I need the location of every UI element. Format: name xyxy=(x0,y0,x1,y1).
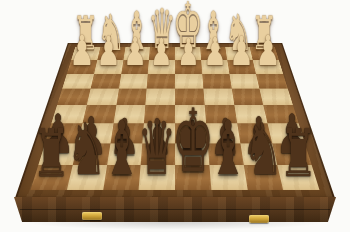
square xyxy=(38,143,77,165)
square xyxy=(272,143,311,165)
square xyxy=(51,105,86,123)
square xyxy=(202,74,231,89)
square xyxy=(90,74,121,89)
square xyxy=(82,105,116,123)
square xyxy=(227,60,256,74)
box-front-face xyxy=(14,197,336,222)
square xyxy=(175,105,206,123)
square xyxy=(119,74,148,89)
square xyxy=(107,143,143,165)
square xyxy=(237,123,273,143)
square xyxy=(123,47,150,60)
square xyxy=(143,123,175,143)
square xyxy=(256,74,288,89)
square xyxy=(87,89,119,106)
square xyxy=(141,143,175,165)
square xyxy=(71,47,100,60)
chessboard-photo: ♜♞♝♛♚♝♞♜♟♟♟♟♟♟♟♟♟♟♟♟♟♟♟♟♜♞♝♛♚♝♞♜ xyxy=(0,0,350,232)
square xyxy=(62,74,94,89)
square xyxy=(116,89,147,106)
square xyxy=(278,165,320,190)
square xyxy=(250,47,279,60)
board-grid xyxy=(31,47,320,190)
square xyxy=(234,105,268,123)
square xyxy=(97,47,125,60)
square xyxy=(78,123,114,143)
square xyxy=(144,105,175,123)
brass-clasp-left-icon xyxy=(82,212,102,220)
box-lid-seam xyxy=(20,209,329,210)
square xyxy=(175,165,211,190)
square xyxy=(203,89,234,106)
chess-board xyxy=(15,43,335,198)
square xyxy=(113,105,145,123)
square xyxy=(57,89,90,106)
square xyxy=(206,123,240,143)
square xyxy=(31,165,73,190)
square xyxy=(45,123,82,143)
square xyxy=(268,123,305,143)
square xyxy=(139,165,175,190)
square xyxy=(147,74,175,89)
square xyxy=(243,165,283,190)
square xyxy=(175,123,207,143)
square xyxy=(260,89,293,106)
square xyxy=(231,89,263,106)
square xyxy=(175,89,204,106)
square xyxy=(67,60,97,74)
square xyxy=(94,60,123,74)
square xyxy=(200,47,227,60)
square xyxy=(175,143,209,165)
square xyxy=(149,47,175,60)
square xyxy=(103,165,141,190)
square xyxy=(146,89,175,106)
brass-clasp-right-icon xyxy=(249,215,269,223)
square xyxy=(148,60,175,74)
square xyxy=(229,74,260,89)
square xyxy=(175,60,202,74)
square xyxy=(175,47,201,60)
square xyxy=(201,60,229,74)
square xyxy=(121,60,149,74)
board-frame xyxy=(15,43,335,198)
square xyxy=(110,123,144,143)
square xyxy=(240,143,278,165)
square xyxy=(175,74,203,89)
square xyxy=(225,47,253,60)
square xyxy=(67,165,107,190)
square xyxy=(207,143,243,165)
square xyxy=(72,143,110,165)
square xyxy=(263,105,298,123)
square xyxy=(204,105,236,123)
square xyxy=(209,165,247,190)
square xyxy=(253,60,283,74)
